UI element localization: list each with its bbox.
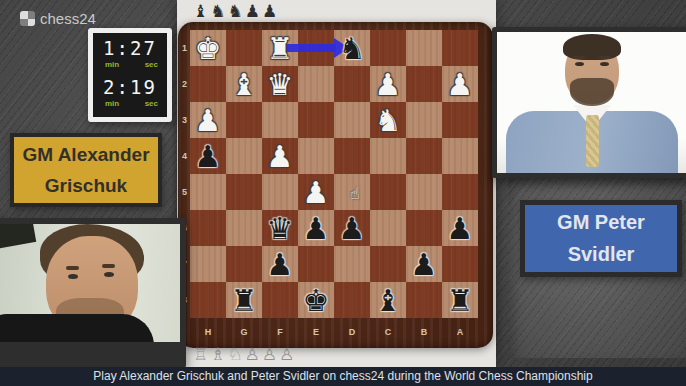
square-e1[interactable] — [298, 30, 334, 66]
svidler-right-eye — [600, 62, 609, 66]
webcam-grischuk — [0, 218, 186, 368]
square-c1[interactable] — [370, 30, 406, 66]
file-label-G: G — [226, 324, 262, 340]
rank-label-2: 2 — [180, 66, 189, 102]
file-label-C: C — [370, 324, 406, 340]
piece-wP-c2[interactable]: ♟ — [370, 66, 406, 102]
svidler-beard — [570, 78, 614, 106]
piece-bR-a8[interactable]: ♜ — [442, 282, 478, 318]
square-a1[interactable] — [442, 30, 478, 66]
square-h5[interactable] — [190, 174, 226, 210]
square-c5[interactable] — [370, 174, 406, 210]
square-c4[interactable] — [370, 138, 406, 174]
captured-white-pawn: ♙ — [279, 343, 294, 365]
captured-black-knight: ♞ — [210, 0, 225, 22]
player-label-grischuk-line1: GM Alexander — [14, 139, 158, 170]
square-d5[interactable] — [334, 174, 370, 210]
square-g1[interactable] — [226, 30, 262, 66]
square-g7[interactable] — [226, 246, 262, 282]
piece-wB-g2[interactable]: ♝ — [226, 66, 262, 102]
captured-white-rook: ♖ — [193, 343, 208, 365]
player-label-grischuk-line2: Grischuk — [14, 170, 158, 201]
square-f8[interactable] — [262, 282, 298, 318]
svidler-left-eye — [575, 62, 584, 66]
square-e2[interactable] — [298, 66, 334, 102]
player-label-grischuk: GM Alexander Grischuk — [10, 133, 162, 207]
grischuk-right-eyebrow — [102, 264, 115, 268]
piece-wP-e5[interactable]: ♟ — [298, 174, 334, 210]
svidler-hair — [563, 34, 621, 60]
square-d4[interactable] — [334, 138, 370, 174]
file-label-B: B — [406, 324, 442, 340]
piece-bQ-f6[interactable]: ♛ — [262, 210, 298, 246]
captured-black-knight: ♞ — [228, 0, 243, 22]
captured-black-bishop: ♝ — [193, 0, 208, 22]
piece-wQ-f2[interactable]: ♛ — [262, 66, 298, 102]
clock-player2: 2:19 min sec — [93, 75, 167, 114]
square-b2[interactable] — [406, 66, 442, 102]
captured-black-pawn: ♟ — [262, 0, 277, 22]
file-label-F: F — [262, 324, 298, 340]
svidler-left-eyebrow — [573, 56, 585, 59]
file-label-D: D — [334, 324, 370, 340]
square-h7[interactable] — [190, 246, 226, 282]
square-g3[interactable] — [226, 102, 262, 138]
clock-player1-min-label: min — [105, 60, 119, 70]
ticker-bar: Play Alexander Grischuk and Peter Svidle… — [0, 367, 686, 386]
piece-bN-d1[interactable]: ♞ — [334, 30, 370, 66]
square-e4[interactable] — [298, 138, 334, 174]
square-h6[interactable] — [190, 210, 226, 246]
square-e3[interactable] — [298, 102, 334, 138]
square-g5[interactable] — [226, 174, 262, 210]
piece-wP-f4[interactable]: ♟ — [262, 138, 298, 174]
square-h8[interactable] — [190, 282, 226, 318]
piece-bP-f7[interactable]: ♟ — [262, 246, 298, 282]
square-b8[interactable] — [406, 282, 442, 318]
square-a4[interactable] — [442, 138, 478, 174]
captured-black-pawn: ♟ — [245, 0, 260, 22]
square-a5[interactable] — [442, 174, 478, 210]
grischuk-right-eye — [104, 272, 114, 277]
piece-wP-a2[interactable]: ♟ — [442, 66, 478, 102]
webcam-svidler — [492, 27, 686, 178]
clock-player1: 1:27 min sec — [93, 36, 167, 75]
square-f3[interactable] — [262, 102, 298, 138]
square-d7[interactable] — [334, 246, 370, 282]
room-corner-shadow — [0, 224, 36, 250]
captured-white-bishop: ♗ — [210, 343, 225, 365]
square-d3[interactable] — [334, 102, 370, 138]
piece-bK-e8[interactable]: ♚ — [298, 282, 334, 318]
clock-player1-time: 1:27 — [93, 36, 167, 60]
player-label-svidler: GM Peter Svidler — [520, 200, 682, 277]
rank-label-5: 5 — [180, 174, 189, 210]
square-f5[interactable] — [262, 174, 298, 210]
clock-player1-sec-label: sec — [145, 60, 158, 70]
captured-white-pawn: ♙ — [245, 343, 260, 365]
file-label-E: E — [298, 324, 334, 340]
board-widget: ♝♞♞♟♟ 12345678HGFEDCBA ☝ ♚♜♞♝♛♟♟♟♞♟♟♟♟♟♟… — [177, 0, 496, 367]
grischuk-left-eye — [68, 274, 78, 279]
chess24-logo-text: chess24 — [40, 10, 96, 27]
chess24-checker-icon — [20, 11, 35, 26]
piece-wR-f1[interactable]: ♜ — [262, 30, 298, 66]
square-h2[interactable] — [190, 66, 226, 102]
piece-bP-d6[interactable]: ♟ — [334, 210, 370, 246]
webcam-grischuk-video — [0, 224, 180, 342]
piece-bR-g8[interactable]: ♜ — [226, 282, 262, 318]
piece-bP-b7[interactable]: ♟ — [406, 246, 442, 282]
piece-wN-c3[interactable]: ♞ — [370, 102, 406, 138]
square-b4[interactable] — [406, 138, 442, 174]
square-b1[interactable] — [406, 30, 442, 66]
chess24-logo: chess24 — [20, 10, 96, 27]
grischuk-shirt — [0, 314, 154, 342]
square-d2[interactable] — [334, 66, 370, 102]
game-clock: 1:27 min sec 2:19 min sec — [88, 28, 172, 122]
clock-player2-min-label: min — [105, 99, 119, 109]
ticker-text: Play Alexander Grischuk and Peter Svidle… — [93, 369, 592, 383]
rank-label-4: 4 — [180, 138, 189, 174]
piece-wP-h3[interactable]: ♟ — [190, 102, 226, 138]
clock-player2-sec-label: sec — [145, 99, 158, 109]
player-label-svidler-line1: GM Peter — [525, 206, 677, 238]
square-g4[interactable] — [226, 138, 262, 174]
board-frame: 12345678HGFEDCBA ☝ ♚♜♞♝♛♟♟♟♞♟♟♟♟♟♟♛♟♟♜♝♚… — [178, 22, 493, 348]
square-b3[interactable] — [406, 102, 442, 138]
rank-label-3: 3 — [180, 102, 189, 138]
piece-bP-a6[interactable]: ♟ — [442, 210, 478, 246]
clock-player2-time: 2:19 — [93, 75, 167, 99]
grischuk-left-eyebrow — [66, 266, 79, 270]
file-label-H: H — [190, 324, 226, 340]
captured-white-pieces-tray: ♖♗♘♙♙♙ — [193, 343, 295, 365]
player-label-svidler-line2: Svidler — [525, 238, 677, 270]
captured-black-pieces-tray: ♝♞♞♟♟ — [193, 0, 277, 22]
square-c6[interactable] — [370, 210, 406, 246]
file-label-A: A — [442, 324, 478, 340]
square-c7[interactable] — [370, 246, 406, 282]
svidler-right-eyebrow — [599, 56, 611, 59]
stream-stage: chess24 1:27 min sec 2:19 min sec ♝♞♞♟♟ … — [0, 0, 686, 386]
square-a7[interactable] — [442, 246, 478, 282]
captured-white-knight: ♘ — [228, 343, 243, 365]
square-e7[interactable] — [298, 246, 334, 282]
square-a3[interactable] — [442, 102, 478, 138]
piece-bP-h4[interactable]: ♟ — [190, 138, 226, 174]
square-b6[interactable] — [406, 210, 442, 246]
piece-wK-h1[interactable]: ♚ — [190, 30, 226, 66]
piece-bB-c8[interactable]: ♝ — [370, 282, 406, 318]
webcam-svidler-video — [497, 32, 686, 173]
square-b5[interactable] — [406, 174, 442, 210]
square-g6[interactable] — [226, 210, 262, 246]
captured-white-pawn: ♙ — [262, 343, 277, 365]
svidler-tie — [586, 115, 599, 167]
piece-bP-e6[interactable]: ♟ — [298, 210, 334, 246]
rank-label-1: 1 — [180, 30, 189, 66]
square-d8[interactable] — [334, 282, 370, 318]
